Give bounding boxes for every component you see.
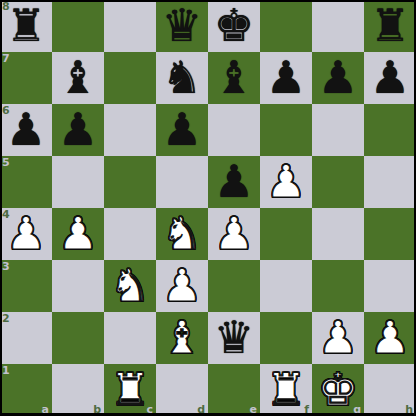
square-a6[interactable]: 6♟ [0,104,52,156]
square-b2[interactable] [52,312,104,364]
square-b7[interactable]: ♝ [52,52,104,104]
piece-black-pawn-g7[interactable]: ♟ [318,52,358,104]
square-a2[interactable]: 2 [0,312,52,364]
piece-black-knight-d7[interactable]: ♞ [162,52,202,104]
square-f3[interactable] [260,260,312,312]
square-c1[interactable]: c♜ [104,364,156,416]
square-g8[interactable] [312,0,364,52]
square-c4[interactable] [104,208,156,260]
square-f7[interactable]: ♟ [260,52,312,104]
square-c3[interactable]: ♞ [104,260,156,312]
piece-black-rook-h8[interactable]: ♜ [370,0,410,52]
square-c2[interactable] [104,312,156,364]
rank-label-5: 5 [2,156,10,169]
square-e5[interactable]: ♟ [208,156,260,208]
square-b5[interactable] [52,156,104,208]
chess-board: 8♜♛♚♜7♝♞♝♟♟♟6♟♟♟5♟♟4♟♟♞♟3♞♟2♝♛♟♟1abc♜def… [0,0,416,416]
rank-label-1: 1 [2,364,10,377]
piece-black-queen-d8[interactable]: ♛ [162,0,202,52]
square-d3[interactable]: ♟ [156,260,208,312]
file-label-g: g [353,403,361,416]
piece-black-pawn-h7[interactable]: ♟ [370,52,410,104]
square-h6[interactable] [364,104,416,156]
square-c7[interactable] [104,52,156,104]
file-label-e: e [250,403,257,416]
piece-black-bishop-e7[interactable]: ♝ [214,52,254,104]
rank-label-8: 8 [2,0,10,13]
piece-black-pawn-a6[interactable]: ♟ [6,104,46,156]
file-label-d: d [197,403,205,416]
square-h5[interactable] [364,156,416,208]
piece-white-knight-d4[interactable]: ♞ [162,208,202,260]
square-c8[interactable] [104,0,156,52]
piece-black-pawn-e5[interactable]: ♟ [214,156,254,208]
piece-white-king-g1[interactable]: ♚ [318,364,358,416]
square-d7[interactable]: ♞ [156,52,208,104]
square-c6[interactable] [104,104,156,156]
square-h2[interactable]: ♟ [364,312,416,364]
square-g4[interactable] [312,208,364,260]
square-a4[interactable]: 4♟ [0,208,52,260]
piece-white-rook-f1[interactable]: ♜ [266,364,306,416]
square-g7[interactable]: ♟ [312,52,364,104]
square-e8[interactable]: ♚ [208,0,260,52]
file-label-c: c [146,403,153,416]
piece-white-pawn-h2[interactable]: ♟ [370,312,410,364]
file-label-a: a [42,403,49,416]
piece-black-pawn-f7[interactable]: ♟ [266,52,306,104]
square-h3[interactable] [364,260,416,312]
square-g6[interactable] [312,104,364,156]
square-h4[interactable] [364,208,416,260]
square-e1[interactable]: e [208,364,260,416]
square-b3[interactable] [52,260,104,312]
piece-white-pawn-b4[interactable]: ♟ [58,208,98,260]
square-c5[interactable] [104,156,156,208]
square-a5[interactable]: 5 [0,156,52,208]
square-f8[interactable] [260,0,312,52]
rank-label-4: 4 [2,208,10,221]
piece-white-bishop-d2[interactable]: ♝ [162,312,202,364]
square-e3[interactable] [208,260,260,312]
square-h1[interactable]: h [364,364,416,416]
square-a1[interactable]: 1a [0,364,52,416]
square-d8[interactable]: ♛ [156,0,208,52]
file-label-b: b [93,403,101,416]
square-h7[interactable]: ♟ [364,52,416,104]
piece-white-pawn-g2[interactable]: ♟ [318,312,358,364]
piece-black-king-e8[interactable]: ♚ [214,0,254,52]
square-d5[interactable] [156,156,208,208]
square-d1[interactable]: d [156,364,208,416]
piece-white-pawn-a4[interactable]: ♟ [6,208,46,260]
piece-black-pawn-b6[interactable]: ♟ [58,104,98,156]
square-g1[interactable]: g♚ [312,364,364,416]
square-f1[interactable]: f♜ [260,364,312,416]
rank-label-3: 3 [2,260,10,273]
piece-black-bishop-b7[interactable]: ♝ [58,52,98,104]
square-h8[interactable]: ♜ [364,0,416,52]
square-d6[interactable]: ♟ [156,104,208,156]
square-b8[interactable] [52,0,104,52]
square-e4[interactable]: ♟ [208,208,260,260]
square-g5[interactable] [312,156,364,208]
square-a8[interactable]: 8♜ [0,0,52,52]
square-g3[interactable] [312,260,364,312]
rank-label-2: 2 [2,312,10,325]
piece-black-rook-a8[interactable]: ♜ [6,0,46,52]
piece-white-pawn-f5[interactable]: ♟ [266,156,306,208]
square-b1[interactable]: b [52,364,104,416]
square-f4[interactable] [260,208,312,260]
piece-black-pawn-d6[interactable]: ♟ [162,104,202,156]
square-e6[interactable] [208,104,260,156]
piece-white-pawn-e4[interactable]: ♟ [214,208,254,260]
square-a7[interactable]: 7 [0,52,52,104]
piece-black-queen-e2[interactable]: ♛ [214,312,254,364]
square-e2[interactable]: ♛ [208,312,260,364]
chess-board-grid: 8♜♛♚♜7♝♞♝♟♟♟6♟♟♟5♟♟4♟♟♞♟3♞♟2♝♛♟♟1abc♜def… [0,0,416,416]
square-b4[interactable]: ♟ [52,208,104,260]
square-f5[interactable]: ♟ [260,156,312,208]
piece-white-rook-c1[interactable]: ♜ [110,364,150,416]
square-d4[interactable]: ♞ [156,208,208,260]
piece-white-pawn-d3[interactable]: ♟ [162,260,202,312]
piece-white-knight-c3[interactable]: ♞ [110,260,150,312]
square-e7[interactable]: ♝ [208,52,260,104]
rank-label-7: 7 [2,52,10,65]
square-f6[interactable] [260,104,312,156]
square-g2[interactable]: ♟ [312,312,364,364]
file-label-f: f [304,403,309,416]
file-label-h: h [405,403,413,416]
square-b6[interactable]: ♟ [52,104,104,156]
rank-label-6: 6 [2,104,10,117]
square-f2[interactable] [260,312,312,364]
square-a3[interactable]: 3 [0,260,52,312]
square-d2[interactable]: ♝ [156,312,208,364]
